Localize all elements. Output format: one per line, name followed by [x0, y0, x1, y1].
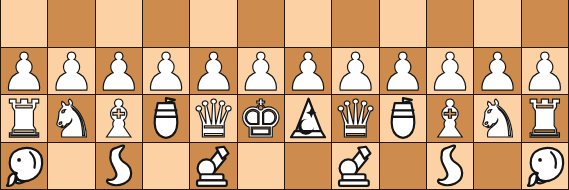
piece-pawn: ♟: [332, 48, 378, 95]
elephant-piece-icon: [523, 144, 567, 188]
game-board: ♟♟♟♟♟♟♟♟♟♟♟♟♜♞♝ ♛♚ ♛ ♝♞♜: [0, 0, 569, 190]
piece-king: ♚: [238, 95, 284, 142]
square-g3[interactable]: ♟: [285, 48, 331, 95]
elephant-piece-icon: [2, 144, 46, 188]
square-h2[interactable]: ♛: [332, 95, 378, 142]
square-a3[interactable]: ♟: [1, 48, 47, 95]
square-h3[interactable]: ♟: [332, 48, 378, 95]
square-b3[interactable]: ♟: [48, 48, 94, 95]
camel-piece-icon: [97, 144, 141, 188]
piece-knight: ♞: [48, 95, 94, 142]
square-f2[interactable]: ♚: [238, 95, 284, 142]
ship-piece-icon: [144, 96, 188, 140]
camel-piece-icon: [428, 144, 472, 188]
square-g4[interactable]: [285, 0, 331, 47]
square-e2[interactable]: ♛: [190, 95, 236, 142]
square-j2[interactable]: ♝: [427, 95, 473, 142]
square-f4[interactable]: [238, 0, 284, 47]
piece-pawn: ♟: [474, 48, 520, 95]
square-d3[interactable]: ♟: [143, 48, 189, 95]
square-c4[interactable]: [96, 0, 142, 47]
piece-bishop: ♝: [427, 95, 473, 142]
square-c1[interactable]: [96, 143, 142, 190]
square-b1[interactable]: [48, 143, 94, 190]
piece-pawn: ♟: [238, 48, 284, 95]
piece-pawn: ♟: [96, 48, 142, 95]
piece-pawn: ♟: [380, 48, 426, 95]
square-i3[interactable]: ♟: [380, 48, 426, 95]
square-b4[interactable]: [48, 0, 94, 47]
square-d2[interactable]: [143, 95, 189, 142]
piece-pawn: ♟: [143, 48, 189, 95]
square-e1[interactable]: [190, 143, 236, 190]
piece-bishop: ♝: [96, 95, 142, 142]
square-f1[interactable]: [238, 143, 284, 190]
square-k3[interactable]: ♟: [474, 48, 520, 95]
square-i4[interactable]: [380, 0, 426, 47]
piece-pawn: ♟: [48, 48, 94, 95]
cannon-piece-icon: [333, 144, 377, 188]
square-l1[interactable]: [522, 143, 568, 190]
piece-pawn: ♟: [1, 48, 47, 95]
piece-queen: ♛: [332, 95, 378, 142]
square-l4[interactable]: [522, 0, 568, 47]
square-l3[interactable]: ♟: [522, 48, 568, 95]
square-f3[interactable]: ♟: [238, 48, 284, 95]
square-k1[interactable]: [474, 143, 520, 190]
square-g2[interactable]: [285, 95, 331, 142]
square-h4[interactable]: [332, 0, 378, 47]
square-d1[interactable]: [143, 143, 189, 190]
wizard-hat-piece-icon: [286, 96, 330, 140]
square-j4[interactable]: [427, 0, 473, 47]
square-i2[interactable]: [380, 95, 426, 142]
square-c2[interactable]: ♝: [96, 95, 142, 142]
square-d4[interactable]: [143, 0, 189, 47]
piece-rook: ♜: [522, 95, 568, 142]
piece-pawn: ♟: [285, 48, 331, 95]
square-h1[interactable]: [332, 143, 378, 190]
square-a1[interactable]: [1, 143, 47, 190]
square-j3[interactable]: ♟: [427, 48, 473, 95]
square-k2[interactable]: ♞: [474, 95, 520, 142]
square-a4[interactable]: [1, 0, 47, 47]
square-l2[interactable]: ♜: [522, 95, 568, 142]
piece-pawn: ♟: [190, 48, 236, 95]
square-b2[interactable]: ♞: [48, 95, 94, 142]
piece-knight: ♞: [474, 95, 520, 142]
square-c3[interactable]: ♟: [96, 48, 142, 95]
square-j1[interactable]: [427, 143, 473, 190]
piece-rook: ♜: [1, 95, 47, 142]
square-e4[interactable]: [190, 0, 236, 47]
cannon-piece-icon: [191, 144, 235, 188]
piece-pawn: ♟: [427, 48, 473, 95]
square-e3[interactable]: ♟: [190, 48, 236, 95]
square-i1[interactable]: [380, 143, 426, 190]
square-g1[interactable]: [285, 143, 331, 190]
piece-queen: ♛: [190, 95, 236, 142]
piece-pawn: ♟: [522, 48, 568, 95]
ship-piece-icon: [381, 96, 425, 140]
square-a2[interactable]: ♜: [1, 95, 47, 142]
square-k4[interactable]: [474, 0, 520, 47]
